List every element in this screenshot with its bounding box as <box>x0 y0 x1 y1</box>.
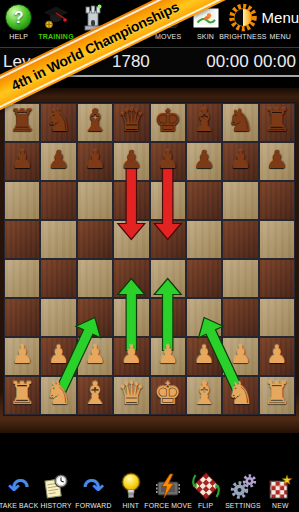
square-g1[interactable]: ♞ <box>222 376 258 415</box>
history-button[interactable]: HISTORY <box>37 470 74 509</box>
square-b2[interactable]: ♟ <box>40 337 76 376</box>
help-button[interactable]: ? HELP <box>0 0 37 47</box>
piece-black-bishop[interactable]: ♝ <box>190 105 218 136</box>
training-label: TRAINING <box>38 33 73 40</box>
help-icon: ? <box>5 4 32 31</box>
square-c8[interactable]: ♝ <box>77 103 113 142</box>
new-label: NEW <box>272 502 288 509</box>
piece-white-pawn[interactable]: ♟ <box>11 342 33 367</box>
take-back-icon: ↶ <box>8 475 29 500</box>
square-b8[interactable]: ♞ <box>40 103 76 142</box>
forward-button[interactable]: ↷ FORWARD <box>75 470 112 509</box>
square-f6[interactable] <box>186 181 222 220</box>
square-a7[interactable]: ♟ <box>4 142 40 181</box>
chess-board: ♜♞♝♛♚♝♞♜♟♟♟♟♟♟♟♟♟♟♟♟♟♟♟♟♜♞♝♛♚♝♞♜ <box>0 88 299 433</box>
piece-black-rook[interactable]: ♜ <box>8 105 36 136</box>
square-a1[interactable]: ♜ <box>4 376 40 415</box>
square-d4[interactable] <box>113 259 149 298</box>
piece-black-pawn[interactable]: ♟ <box>84 147 106 172</box>
piece-white-rook[interactable]: ♜ <box>8 378 36 409</box>
piece-black-bishop[interactable]: ♝ <box>81 105 109 136</box>
square-h4[interactable] <box>259 259 295 298</box>
square-h5[interactable] <box>259 220 295 259</box>
hint-bulb-icon <box>119 470 143 500</box>
square-g5[interactable] <box>222 220 258 259</box>
square-f8[interactable]: ♝ <box>186 103 222 142</box>
piece-black-knight[interactable]: ♞ <box>45 105 73 136</box>
square-f4[interactable] <box>186 259 222 298</box>
forward-icon: ↷ <box>83 475 104 500</box>
square-e2[interactable]: ♟ <box>150 337 186 376</box>
square-h3[interactable] <box>259 298 295 337</box>
square-b1[interactable]: ♞ <box>40 376 76 415</box>
flip-board-icon <box>191 470 221 500</box>
square-d1[interactable]: ♛ <box>113 376 149 415</box>
piece-white-bishop[interactable]: ♝ <box>81 378 109 409</box>
square-a2[interactable]: ♟ <box>4 337 40 376</box>
square-a6[interactable] <box>4 181 40 220</box>
bottom-toolbar: ↶ TAKE BACK HIS <box>0 458 299 512</box>
square-h1[interactable]: ♜ <box>259 376 295 415</box>
square-c4[interactable] <box>77 259 113 298</box>
square-c1[interactable]: ♝ <box>77 376 113 415</box>
history-label: HISTORY <box>40 502 71 509</box>
square-g7[interactable]: ♟ <box>222 142 258 181</box>
square-g2[interactable]: ♟ <box>222 337 258 376</box>
square-f5[interactable] <box>186 220 222 259</box>
skin-label: SKIN <box>197 33 214 40</box>
square-d5[interactable] <box>113 220 149 259</box>
square-f1[interactable]: ♝ <box>186 376 222 415</box>
square-d6[interactable] <box>113 181 149 220</box>
square-e7[interactable]: ♟ <box>150 142 186 181</box>
square-f3[interactable] <box>186 298 222 337</box>
chess-app-screen: ? HELP TRAINING <box>0 0 299 512</box>
square-e3[interactable] <box>150 298 186 337</box>
settings-label: SETTINGS <box>225 502 261 509</box>
force-move-label: FORCE MOVE <box>144 502 192 509</box>
square-c6[interactable] <box>77 181 113 220</box>
new-game-button[interactable]: ★ NEW <box>262 470 299 509</box>
brightness-button[interactable]: BRIGHTNESS <box>224 0 261 47</box>
square-h2[interactable]: ♟ <box>259 337 295 376</box>
square-c2[interactable]: ♟ <box>77 337 113 376</box>
square-e4[interactable] <box>150 259 186 298</box>
square-d2[interactable]: ♟ <box>113 337 149 376</box>
square-g4[interactable] <box>222 259 258 298</box>
square-a8[interactable]: ♜ <box>4 103 40 142</box>
piece-black-pawn[interactable]: ♟ <box>266 147 288 172</box>
piece-black-pawn[interactable]: ♟ <box>229 147 251 172</box>
square-f7[interactable]: ♟ <box>186 142 222 181</box>
piece-white-pawn[interactable]: ♟ <box>266 342 288 367</box>
square-h7[interactable]: ♟ <box>259 142 295 181</box>
menu-button[interactable]: Menu MENU <box>262 0 299 47</box>
piece-white-pawn[interactable]: ♟ <box>229 342 251 367</box>
piece-white-knight[interactable]: ♞ <box>227 378 255 409</box>
settings-button[interactable]: SETTINGS <box>224 470 261 509</box>
square-d3[interactable] <box>113 298 149 337</box>
square-a5[interactable] <box>4 220 40 259</box>
brightness-icon <box>228 4 258 31</box>
piece-black-knight[interactable]: ♞ <box>227 105 255 136</box>
piece-white-pawn[interactable]: ♟ <box>47 342 69 367</box>
piece-white-pawn[interactable]: ♟ <box>120 342 142 367</box>
square-e8[interactable]: ♚ <box>150 103 186 142</box>
square-e1[interactable]: ♚ <box>150 376 186 415</box>
force-move-button[interactable]: FORCE MOVE <box>150 470 187 509</box>
moves-label: MOVES <box>155 33 181 40</box>
square-b3[interactable] <box>40 298 76 337</box>
piece-white-bishop[interactable]: ♝ <box>190 378 218 409</box>
game-clock: 00:00 00:00 <box>206 52 296 72</box>
menu-text: Menu <box>262 9 299 26</box>
square-e6[interactable] <box>150 181 186 220</box>
square-h6[interactable] <box>259 181 295 220</box>
square-e5[interactable] <box>150 220 186 259</box>
help-label: HELP <box>9 33 28 40</box>
piece-white-rook[interactable]: ♜ <box>263 378 291 409</box>
piece-black-pawn[interactable]: ♟ <box>47 147 69 172</box>
square-c7[interactable]: ♟ <box>77 142 113 181</box>
elo-rating: 1780 <box>112 52 150 72</box>
square-d7[interactable]: ♟ <box>113 142 149 181</box>
square-g3[interactable] <box>222 298 258 337</box>
piece-black-queen[interactable]: ♛ <box>117 105 145 136</box>
piece-white-king[interactable]: ♚ <box>154 378 182 409</box>
piece-white-knight[interactable]: ♞ <box>45 378 73 409</box>
history-icon <box>42 470 70 500</box>
piece-white-pawn[interactable]: ♟ <box>193 342 215 367</box>
settings-gears-icon <box>229 470 257 500</box>
piece-black-king[interactable]: ♚ <box>154 105 182 136</box>
piece-black-pawn[interactable]: ♟ <box>156 147 178 172</box>
piece-white-pawn[interactable]: ♟ <box>156 342 178 367</box>
force-move-icon <box>153 470 183 500</box>
board-grid: ♜♞♝♛♚♝♞♜♟♟♟♟♟♟♟♟♟♟♟♟♟♟♟♟♜♞♝♛♚♝♞♜ <box>4 103 295 415</box>
square-b7[interactable]: ♟ <box>40 142 76 181</box>
piece-black-pawn[interactable]: ♟ <box>11 147 33 172</box>
take-back-button[interactable]: ↶ TAKE BACK <box>0 470 37 509</box>
square-g8[interactable]: ♞ <box>222 103 258 142</box>
square-b5[interactable] <box>40 220 76 259</box>
forward-label: FORWARD <box>75 502 111 509</box>
training-icon <box>42 4 70 31</box>
piece-white-pawn[interactable]: ♟ <box>84 342 106 367</box>
brightness-label: BRIGHTNESS <box>219 33 267 40</box>
square-a3[interactable] <box>4 298 40 337</box>
square-g6[interactable] <box>222 181 258 220</box>
square-c3[interactable] <box>77 298 113 337</box>
square-f2[interactable]: ♟ <box>186 337 222 376</box>
menu-label: MENU <box>270 33 291 40</box>
flip-label: FLIP <box>198 502 213 509</box>
piece-black-pawn[interactable]: ♟ <box>120 147 142 172</box>
square-b6[interactable] <box>40 181 76 220</box>
piece-black-pawn[interactable]: ♟ <box>193 147 215 172</box>
square-b4[interactable] <box>40 259 76 298</box>
square-a4[interactable] <box>4 259 40 298</box>
flip-button[interactable]: FLIP <box>187 470 224 509</box>
square-c5[interactable] <box>77 220 113 259</box>
take-back-label: TAKE BACK <box>0 502 38 509</box>
square-h8[interactable]: ♜ <box>259 103 295 142</box>
piece-black-rook[interactable]: ♜ <box>263 105 291 136</box>
piece-white-queen[interactable]: ♛ <box>117 378 145 409</box>
square-d8[interactable]: ♛ <box>113 103 149 142</box>
new-game-icon: ★ <box>267 470 293 500</box>
svg-text:★: ★ <box>282 473 293 487</box>
hint-label: HINT <box>122 502 139 509</box>
